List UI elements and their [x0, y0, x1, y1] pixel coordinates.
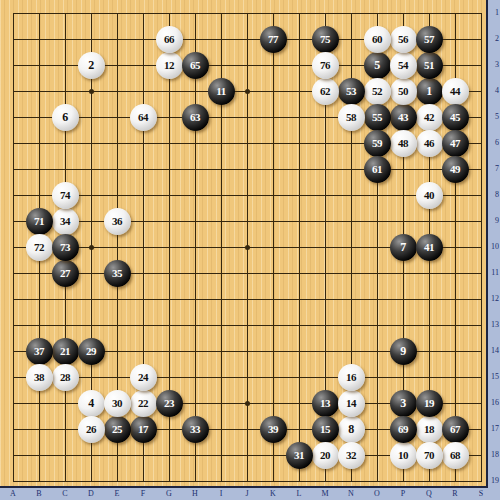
star-point	[245, 245, 250, 250]
stone-20-white: 20	[312, 442, 339, 469]
column-label-B: B	[33, 490, 45, 498]
column-label-O: O	[371, 490, 383, 498]
stone-43-black: 43	[390, 104, 417, 131]
column-label-N: N	[345, 490, 357, 498]
stone-36-white: 36	[104, 208, 131, 235]
row-label-13: 13	[488, 321, 499, 329]
row-label-2: 2	[488, 35, 499, 43]
row-label-6: 6	[488, 139, 499, 147]
column-label-I: I	[215, 490, 227, 498]
stone-move-number: 31	[294, 442, 304, 469]
stone-75-black: 75	[312, 26, 339, 53]
stone-73-black: 73	[52, 234, 79, 261]
stone-move-number: 27	[60, 260, 70, 287]
stone-30-white: 30	[104, 390, 131, 417]
stone-34-white: 34	[52, 208, 79, 235]
stone-26-white: 26	[78, 416, 105, 443]
stone-move-number: 9	[400, 338, 406, 365]
stone-10-white: 10	[390, 442, 417, 469]
stone-42-white: 42	[416, 104, 443, 131]
stone-50-white: 50	[390, 78, 417, 105]
stone-15-black: 15	[312, 416, 339, 443]
stone-move-number: 69	[398, 416, 408, 443]
stone-29-black: 29	[78, 338, 105, 365]
row-label-19: 19	[488, 477, 499, 485]
stone-move-number: 5	[374, 52, 380, 79]
column-label-H: H	[189, 490, 201, 498]
stone-59-black: 59	[364, 130, 391, 157]
stone-move-number: 20	[320, 442, 330, 469]
stone-move-number: 41	[424, 234, 434, 261]
stone-70-white: 70	[416, 442, 443, 469]
stone-13-black: 13	[312, 390, 339, 417]
stone-8-white: 8	[338, 416, 365, 443]
stone-move-number: 72	[34, 234, 44, 261]
stone-74-white: 74	[52, 182, 79, 209]
column-label-R: R	[449, 490, 461, 498]
stone-move-number: 25	[112, 416, 122, 443]
stone-40-white: 40	[416, 182, 443, 209]
stone-12-white: 12	[156, 52, 183, 79]
star-point	[245, 401, 250, 406]
stone-48-white: 48	[390, 130, 417, 157]
stone-move-number: 44	[450, 78, 460, 105]
stone-move-number: 18	[424, 416, 434, 443]
stone-move-number: 58	[346, 104, 356, 131]
stone-move-number: 34	[60, 208, 70, 235]
stone-move-number: 28	[60, 364, 70, 391]
stone-move-number: 62	[320, 78, 330, 105]
stone-move-number: 76	[320, 52, 330, 79]
stone-move-number: 73	[60, 234, 70, 261]
stone-39-black: 39	[260, 416, 287, 443]
stone-move-number: 67	[450, 416, 460, 443]
stone-move-number: 13	[320, 390, 330, 417]
row-label-8: 8	[488, 191, 499, 199]
stone-35-black: 35	[104, 260, 131, 287]
stone-move-number: 8	[348, 416, 354, 443]
stone-72-white: 72	[26, 234, 53, 261]
stone-move-number: 33	[190, 416, 200, 443]
stone-54-white: 54	[390, 52, 417, 79]
stone-move-number: 40	[424, 182, 434, 209]
stone-58-white: 58	[338, 104, 365, 131]
stone-6-white: 6	[52, 104, 79, 131]
column-label-A: A	[7, 490, 19, 498]
stone-move-number: 49	[450, 156, 460, 183]
stone-move-number: 6	[62, 104, 68, 131]
stone-46-white: 46	[416, 130, 443, 157]
column-label-D: D	[85, 490, 97, 498]
stone-4-white: 4	[78, 390, 105, 417]
stone-move-number: 63	[190, 104, 200, 131]
go-game-diagram: 12345678910111213141516171819 ABCDEFGHIJ…	[0, 0, 500, 500]
stone-move-number: 21	[60, 338, 70, 365]
stone-move-number: 7	[400, 234, 406, 261]
stone-move-number: 71	[34, 208, 44, 235]
star-point	[89, 89, 94, 94]
stone-11-black: 11	[208, 78, 235, 105]
stone-77-black: 77	[260, 26, 287, 53]
stone-move-number: 65	[190, 52, 200, 79]
stone-62-white: 62	[312, 78, 339, 105]
column-label-K: K	[267, 490, 279, 498]
row-label-11: 11	[488, 269, 499, 277]
stone-17-black: 17	[130, 416, 157, 443]
stone-3-black: 3	[390, 390, 417, 417]
stone-71-black: 71	[26, 208, 53, 235]
stone-7-black: 7	[390, 234, 417, 261]
stone-41-black: 41	[416, 234, 443, 261]
stone-move-number: 4	[88, 390, 94, 417]
stone-19-black: 19	[416, 390, 443, 417]
stone-move-number: 2	[88, 52, 94, 79]
stone-1-black: 1	[416, 78, 443, 105]
stone-64-white: 64	[130, 104, 157, 131]
row-label-12: 12	[488, 295, 499, 303]
stone-move-number: 14	[346, 390, 356, 417]
stone-move-number: 16	[346, 364, 356, 391]
column-label-C: C	[59, 490, 71, 498]
stone-27-black: 27	[52, 260, 79, 287]
stone-65-black: 65	[182, 52, 209, 79]
stone-55-black: 55	[364, 104, 391, 131]
stone-23-black: 23	[156, 390, 183, 417]
row-label-1: 1	[488, 9, 499, 17]
stone-move-number: 45	[450, 104, 460, 131]
stone-move-number: 66	[164, 26, 174, 53]
stone-5-black: 5	[364, 52, 391, 79]
stone-68-white: 68	[442, 442, 469, 469]
stone-61-black: 61	[364, 156, 391, 183]
stone-move-number: 48	[398, 130, 408, 157]
stone-move-number: 11	[216, 78, 225, 105]
stone-60-white: 60	[364, 26, 391, 53]
row-label-4: 4	[488, 87, 499, 95]
stone-move-number: 29	[86, 338, 96, 365]
stone-9-black: 9	[390, 338, 417, 365]
stone-move-number: 57	[424, 26, 434, 53]
column-label-L: L	[293, 490, 305, 498]
stone-move-number: 12	[164, 52, 174, 79]
stone-move-number: 19	[424, 390, 434, 417]
stone-move-number: 51	[424, 52, 434, 79]
stone-move-number: 68	[450, 442, 460, 469]
stone-move-number: 23	[164, 390, 174, 417]
column-label-M: M	[319, 490, 331, 498]
star-point	[245, 89, 250, 94]
stone-move-number: 24	[138, 364, 148, 391]
stone-move-number: 52	[372, 78, 382, 105]
stone-move-number: 56	[398, 26, 408, 53]
stone-move-number: 46	[424, 130, 434, 157]
stone-25-black: 25	[104, 416, 131, 443]
stone-2-white: 2	[78, 52, 105, 79]
stone-move-number: 47	[450, 130, 460, 157]
stone-move-number: 37	[34, 338, 44, 365]
stone-move-number: 64	[138, 104, 148, 131]
stone-24-white: 24	[130, 364, 157, 391]
stone-move-number: 43	[398, 104, 408, 131]
stone-move-number: 59	[372, 130, 382, 157]
row-label-17: 17	[488, 425, 499, 433]
stone-22-white: 22	[130, 390, 157, 417]
stone-69-black: 69	[390, 416, 417, 443]
row-label-18: 18	[488, 451, 499, 459]
stone-32-white: 32	[338, 442, 365, 469]
stone-18-white: 18	[416, 416, 443, 443]
stone-move-number: 35	[112, 260, 122, 287]
stone-move-number: 74	[60, 182, 70, 209]
column-coordinate-strip: ABCDEFGHIJKLMNOPQRS	[0, 488, 500, 500]
column-label-E: E	[111, 490, 123, 498]
stone-move-number: 17	[138, 416, 148, 443]
stone-51-black: 51	[416, 52, 443, 79]
stone-16-white: 16	[338, 364, 365, 391]
stone-move-number: 38	[34, 364, 44, 391]
row-label-3: 3	[488, 61, 499, 69]
stone-53-black: 53	[338, 78, 365, 105]
stone-14-white: 14	[338, 390, 365, 417]
stone-move-number: 75	[320, 26, 330, 53]
row-label-14: 14	[488, 347, 499, 355]
stone-move-number: 15	[320, 416, 330, 443]
stone-57-black: 57	[416, 26, 443, 53]
stone-76-white: 76	[312, 52, 339, 79]
stone-33-black: 33	[182, 416, 209, 443]
row-label-16: 16	[488, 399, 499, 407]
stone-move-number: 70	[424, 442, 434, 469]
stone-move-number: 10	[398, 442, 408, 469]
stone-31-black: 31	[286, 442, 313, 469]
stone-63-black: 63	[182, 104, 209, 131]
row-label-10: 10	[488, 243, 499, 251]
stone-45-black: 45	[442, 104, 469, 131]
stone-move-number: 30	[112, 390, 122, 417]
stone-44-white: 44	[442, 78, 469, 105]
stone-move-number: 39	[268, 416, 278, 443]
stone-move-number: 3	[400, 390, 406, 417]
stone-move-number: 53	[346, 78, 356, 105]
stone-67-black: 67	[442, 416, 469, 443]
stone-52-white: 52	[364, 78, 391, 105]
stone-49-black: 49	[442, 156, 469, 183]
stone-move-number: 26	[86, 416, 96, 443]
row-label-7: 7	[488, 165, 499, 173]
column-label-P: P	[397, 490, 409, 498]
row-label-15: 15	[488, 373, 499, 381]
stone-38-white: 38	[26, 364, 53, 391]
stone-move-number: 32	[346, 442, 356, 469]
stone-47-black: 47	[442, 130, 469, 157]
stone-move-number: 61	[372, 156, 382, 183]
stone-37-black: 37	[26, 338, 53, 365]
column-label-J: J	[241, 490, 253, 498]
stone-21-black: 21	[52, 338, 79, 365]
stone-move-number: 36	[112, 208, 122, 235]
star-point	[89, 245, 94, 250]
stone-56-white: 56	[390, 26, 417, 53]
stone-move-number: 60	[372, 26, 382, 53]
stone-move-number: 55	[372, 104, 382, 131]
stone-move-number: 50	[398, 78, 408, 105]
column-label-Q: Q	[423, 490, 435, 498]
column-label-G: G	[163, 490, 175, 498]
column-label-F: F	[137, 490, 149, 498]
stone-move-number: 77	[268, 26, 278, 53]
row-label-5: 5	[488, 113, 499, 121]
stone-66-white: 66	[156, 26, 183, 53]
column-label-S: S	[475, 490, 487, 498]
stone-move-number: 1	[426, 78, 432, 105]
stone-move-number: 54	[398, 52, 408, 79]
stone-move-number: 22	[138, 390, 148, 417]
row-coordinate-strip: 12345678910111213141516171819	[488, 0, 500, 500]
row-label-9: 9	[488, 217, 499, 225]
stone-move-number: 42	[424, 104, 434, 131]
stone-28-white: 28	[52, 364, 79, 391]
